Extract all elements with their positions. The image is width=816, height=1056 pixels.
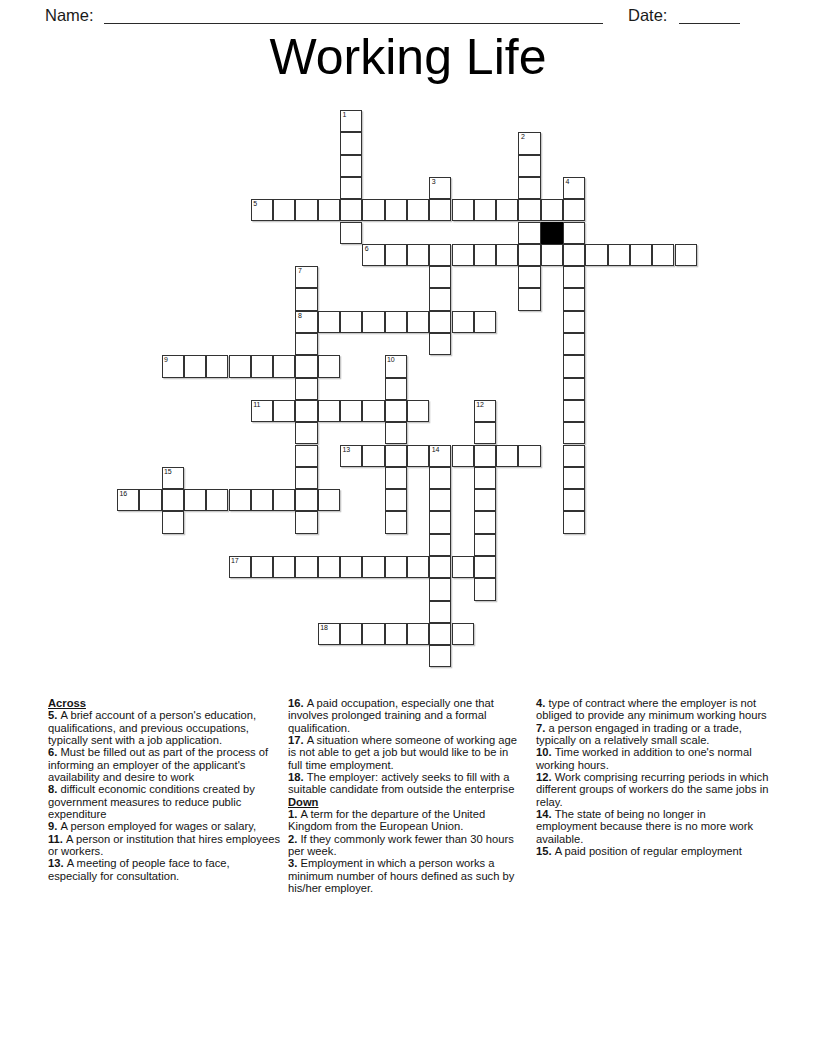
grid-cell[interactable] [429,199,451,221]
clue-number: 17. [288,734,307,746]
grid-cell[interactable] [362,311,384,333]
grid-cell[interactable] [318,556,340,578]
grid-cell[interactable] [385,378,407,400]
grid-cell[interactable] [273,199,295,221]
grid-cell[interactable] [474,489,496,511]
cell-number: 7 [298,267,302,275]
grid-cell[interactable] [273,489,295,511]
grid-cell[interactable]: 1 [340,110,362,132]
grid-cell[interactable]: 11 [251,400,273,422]
clue-list-heading: Down [288,796,521,808]
clue-list-heading: Across [48,697,281,709]
grid-cell[interactable] [563,244,585,266]
grid-cell[interactable] [474,311,496,333]
grid-cell[interactable]: 5 [251,199,273,221]
date-label: Date: [628,6,667,25]
grid-cell[interactable] [362,556,384,578]
grid-cell[interactable] [362,199,384,221]
grid-cell[interactable] [318,489,340,511]
grid-cell[interactable] [496,445,518,467]
clue-number: 3. [288,857,300,869]
clue: 3. Employment in which a person works a … [288,857,521,894]
grid-cell[interactable] [429,556,451,578]
grid-cell[interactable] [385,199,407,221]
clue: 17. A situation where someone of working… [288,734,521,771]
grid-cell[interactable] [162,511,184,533]
clue: 12. Work comprising recurring periods in… [536,771,769,808]
grid-cell[interactable]: 10 [385,355,407,377]
cell-number: 15 [164,468,171,476]
grid-cell[interactable] [184,355,206,377]
grid-cell[interactable] [429,467,451,489]
clue: 18. The employer: actively seeks to fill… [288,771,521,796]
grid-cell[interactable] [496,244,518,266]
grid-cell[interactable]: 2 [518,132,540,154]
grid-cell[interactable] [295,445,317,467]
grid-cell[interactable] [251,489,273,511]
worksheet-page: Name: Date: Working Life 123456789101112… [0,0,816,1056]
grid-cell[interactable] [229,489,251,511]
grid-cell[interactable] [340,177,362,199]
clue: 5. A brief account of a person's educati… [48,709,281,746]
clue-number: 2. [288,833,300,845]
clue-number: 7. [536,722,548,734]
grid-cell[interactable] [273,355,295,377]
grid-cell[interactable] [385,467,407,489]
clue: 8. difficult economic conditions created… [48,783,281,820]
cell-number: 18 [320,624,327,632]
grid-cell[interactable] [474,199,496,221]
grid-cell[interactable] [563,333,585,355]
grid-cell[interactable] [362,623,384,645]
grid-cell[interactable] [563,355,585,377]
grid-cell[interactable] [429,288,451,310]
clue: 6. Must be filled out as part of the pro… [48,746,281,783]
grid-cell[interactable] [295,422,317,444]
grid-cell[interactable]: 18 [318,623,340,645]
puzzle-title: Working Life [0,28,816,86]
cell-number: 9 [164,356,168,364]
grid-cell[interactable] [295,556,317,578]
cell-number: 11 [253,401,260,409]
grid-cell[interactable] [407,199,429,221]
clue: 9. A person employed for wages or salary… [48,820,281,832]
grid-cell[interactable] [474,445,496,467]
grid-cell[interactable] [563,199,585,221]
grid-cell[interactable] [273,400,295,422]
grid-cell[interactable] [340,556,362,578]
grid-cell[interactable] [563,445,585,467]
grid-cell[interactable] [318,199,340,221]
clue: 10. Time worked in addition to one's nor… [536,746,769,771]
clue: 16. A paid occupation, especially one th… [288,697,521,734]
grid-cell[interactable] [474,467,496,489]
grid-cell[interactable] [295,400,317,422]
grid-cell[interactable]: 9 [162,355,184,377]
crossword-grid: 123456789101112131415161718 [117,110,698,668]
grid-cell[interactable] [385,511,407,533]
grid-cell[interactable] [496,199,518,221]
grid-cell[interactable] [452,445,474,467]
clue: 7. a person engaged in trading or a trad… [536,722,769,747]
grid-cell[interactable]: 13 [340,445,362,467]
clue-number: 5. [48,709,60,721]
grid-cell[interactable] [407,400,429,422]
grid-cell[interactable] [563,266,585,288]
clue-number: 6. [48,746,60,758]
cell-number: 4 [566,178,570,186]
grid-cell[interactable] [385,489,407,511]
grid-cell[interactable] [340,132,362,154]
grid-cell[interactable] [474,422,496,444]
grid-cell[interactable] [251,556,273,578]
grid-cell[interactable] [563,400,585,422]
grid-cell[interactable] [295,355,317,377]
clue-column-3: 4. type of contract where the employer i… [536,697,769,857]
grid-cell[interactable] [340,222,362,244]
grid-cell[interactable]: 14 [429,445,451,467]
grid-cell[interactable] [563,489,585,511]
grid-cell[interactable] [385,400,407,422]
grid-cell[interactable] [385,556,407,578]
grid-cell[interactable] [452,623,474,645]
grid-cell[interactable] [407,623,429,645]
grid-cell[interactable] [474,244,496,266]
clue-column-1: Across5. A brief account of a person's e… [48,697,281,882]
grid-cell[interactable] [295,199,317,221]
grid-cell[interactable] [518,244,540,266]
grid-cell[interactable]: 6 [362,244,384,266]
clue-number: 18. [288,771,307,783]
grid-cell[interactable] [429,578,451,600]
grid-cell[interactable] [429,244,451,266]
grid-cell[interactable] [318,311,340,333]
grid-cell[interactable] [563,288,585,310]
clue-number: 12. [536,771,555,783]
grid-cell[interactable] [385,422,407,444]
grid-cell[interactable] [429,534,451,556]
grid-cell[interactable] [563,422,585,444]
grid-cell[interactable] [474,556,496,578]
grid-cell[interactable]: 4 [563,177,585,199]
cell-number: 2 [521,133,525,141]
grid-cell[interactable] [452,556,474,578]
grid-cell[interactable] [608,244,630,266]
grid-cell[interactable] [407,244,429,266]
grid-cell[interactable] [295,378,317,400]
grid-cell[interactable] [474,534,496,556]
grid-cell[interactable] [585,244,607,266]
grid-cell[interactable]: 17 [229,556,251,578]
clue-number: 14. [536,808,555,820]
grid-cell[interactable] [295,489,317,511]
cell-number: 14 [432,446,439,454]
clue: 15. A paid position of regular employmen… [536,845,769,857]
clue: 14. The state of being no longer in empl… [536,808,769,845]
black-cell [541,222,563,244]
grid-cell[interactable] [518,177,540,199]
grid-cell[interactable] [385,244,407,266]
grid-cell[interactable] [318,400,340,422]
grid-cell[interactable] [206,355,228,377]
cell-number: 5 [253,200,257,208]
grid-cell[interactable] [452,199,474,221]
grid-cell[interactable] [295,511,317,533]
grid-cell[interactable] [295,333,317,355]
grid-cell[interactable] [518,266,540,288]
clue-column-2: 16. A paid occupation, especially one th… [288,697,521,895]
grid-cell[interactable] [652,244,674,266]
grid-cell[interactable]: 7 [295,266,317,288]
grid-cell[interactable] [385,445,407,467]
clue-number: 15. [536,845,555,857]
grid-cell[interactable] [273,556,295,578]
clue-number: 11. [48,833,66,845]
clue-number: 13. [48,857,67,869]
grid-cell[interactable] [251,355,273,377]
grid-cell[interactable] [630,244,652,266]
cell-number: 10 [387,356,394,364]
grid-cell[interactable] [518,222,540,244]
grid-cell[interactable] [563,511,585,533]
name-fill-line [104,6,603,24]
grid-cell[interactable] [340,400,362,422]
grid-cell[interactable] [541,244,563,266]
grid-cell[interactable] [429,489,451,511]
clue-number: 8. [48,783,60,795]
clue: 4. type of contract where the employer i… [536,697,769,722]
cell-number: 8 [298,312,302,320]
grid-cell[interactable] [429,511,451,533]
grid-cell[interactable] [474,578,496,600]
clue-number: 1. [288,808,300,820]
clue-number: 4. [536,697,548,709]
grid-cell[interactable]: 3 [429,177,451,199]
cell-number: 12 [476,401,483,409]
date-fill-line [679,6,740,24]
grid-cell[interactable] [429,623,451,645]
grid-cell[interactable] [675,244,697,266]
grid-cell[interactable] [518,445,540,467]
clue: 13. A meeting of people face to face, es… [48,857,281,882]
grid-cell[interactable] [452,311,474,333]
grid-cell[interactable] [407,311,429,333]
name-label: Name: [45,6,94,25]
grid-cell[interactable] [340,311,362,333]
clue-number: 10. [536,746,555,758]
grid-cell[interactable] [385,311,407,333]
grid-cell[interactable] [318,355,340,377]
grid-cell[interactable] [340,623,362,645]
grid-cell[interactable] [362,445,384,467]
grid-cell[interactable] [429,333,451,355]
grid-cell[interactable] [518,155,540,177]
grid-cell[interactable] [407,556,429,578]
clue: 1. A term for the departure of the Unite… [288,808,521,833]
grid-cell[interactable] [563,467,585,489]
grid-cell[interactable] [518,199,540,221]
grid-cell[interactable] [429,601,451,623]
grid-cell[interactable] [407,445,429,467]
grid-cell[interactable] [139,489,161,511]
grid-cell[interactable] [429,311,451,333]
grid-cell[interactable] [229,355,251,377]
grid-cell[interactable] [295,467,317,489]
grid-cell[interactable] [362,400,384,422]
clue-number: 9. [48,820,60,832]
grid-cell[interactable] [563,311,585,333]
clue: 11. A person or institution that hires e… [48,833,281,858]
grid-cell[interactable]: 16 [117,489,139,511]
grid-cell[interactable] [184,489,206,511]
cell-number: 17 [231,557,238,565]
grid-cell[interactable] [541,199,563,221]
grid-cell[interactable] [385,623,407,645]
grid-cell[interactable] [295,288,317,310]
grid-cell[interactable]: 12 [474,400,496,422]
grid-cell[interactable] [518,288,540,310]
clue: 2. If they commonly work fewer than 30 h… [288,833,521,858]
grid-cell[interactable]: 8 [295,311,317,333]
cell-number: 16 [120,490,127,498]
grid-cell[interactable] [474,511,496,533]
grid-cell[interactable] [563,222,585,244]
clue-number: 16. [288,697,307,709]
grid-cell[interactable] [340,199,362,221]
grid-cell[interactable] [162,489,184,511]
cell-number: 13 [343,446,350,454]
grid-cell[interactable] [429,266,451,288]
cell-number: 3 [432,178,436,186]
grid-cell[interactable] [429,645,451,667]
cell-number: 6 [365,245,369,253]
cell-number: 1 [343,111,347,119]
grid-cell[interactable] [452,244,474,266]
grid-cell[interactable] [563,378,585,400]
grid-cell[interactable] [340,155,362,177]
grid-cell[interactable] [206,489,228,511]
grid-cell[interactable]: 15 [162,467,184,489]
